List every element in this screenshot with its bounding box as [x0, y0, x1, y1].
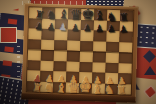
- piece-black-rook[interactable]: ♜: [118, 11, 129, 23]
- square-a8[interactable]: ♜: [29, 7, 42, 18]
- square-g3[interactable]: [105, 62, 118, 73]
- rug-red-motif-left: [0, 27, 17, 43]
- square-c5[interactable]: [54, 40, 67, 51]
- piece-white-queen[interactable]: ♛: [66, 80, 79, 95]
- square-b5[interactable]: [41, 39, 54, 50]
- square-d4[interactable]: [67, 51, 80, 62]
- piece-black-queen[interactable]: ♛: [69, 7, 82, 22]
- square-h4[interactable]: [119, 52, 132, 63]
- board-squares: ♜♞♝♛♚♝♞♜♟♟♟♟♟♟♟♟♟♟♟♟♟♟♟♟♜♞♝♛♚♝♞♜: [27, 7, 134, 94]
- piece-white-knight[interactable]: ♞: [103, 84, 114, 97]
- square-a3[interactable]: [27, 60, 40, 71]
- square-d1[interactable]: ♛: [66, 82, 79, 93]
- piece-black-pawn[interactable]: ♟: [70, 22, 79, 32]
- square-d3[interactable]: [66, 61, 79, 72]
- rug-navy-triangle-right: [144, 66, 156, 75]
- piece-black-knight[interactable]: ♞: [45, 8, 57, 21]
- square-c4[interactable]: [54, 50, 67, 61]
- piece-white-rook[interactable]: ♜: [116, 85, 127, 97]
- piece-white-knight[interactable]: ♞: [43, 81, 55, 94]
- rug-red-diamond-bottom-right: [143, 85, 156, 99]
- chess-board: ♜♞♝♛♚♝♞♜♟♟♟♟♟♟♟♟♟♟♟♟♟♟♟♟♜♞♝♛♚♝♞♜: [22, 3, 139, 103]
- square-h1[interactable]: ♜: [118, 84, 131, 95]
- square-e4[interactable]: [80, 51, 93, 62]
- piece-black-pawn[interactable]: ♟: [58, 22, 67, 32]
- piece-white-bishop[interactable]: ♝: [55, 81, 67, 94]
- square-g5[interactable]: [106, 41, 119, 52]
- square-e8[interactable]: ♚: [81, 9, 94, 20]
- square-f5[interactable]: [93, 41, 106, 52]
- square-d8[interactable]: ♛: [68, 9, 81, 20]
- square-e5[interactable]: [80, 41, 93, 52]
- piece-black-pawn[interactable]: ♟: [95, 23, 104, 33]
- piece-black-pawn[interactable]: ♟: [46, 21, 56, 31]
- square-f3[interactable]: [92, 62, 105, 73]
- square-c3[interactable]: [53, 61, 66, 72]
- square-h3[interactable]: [118, 63, 131, 74]
- square-h5[interactable]: [119, 42, 132, 53]
- piece-white-king[interactable]: ♚: [78, 80, 92, 95]
- square-h2[interactable]: ♟: [118, 73, 131, 84]
- rug-navy-diamond-right: [143, 50, 156, 63]
- piece-black-pawn[interactable]: ♟: [118, 24, 127, 34]
- piece-black-knight[interactable]: ♞: [106, 10, 117, 23]
- square-b3[interactable]: [40, 60, 53, 71]
- photo-scene: ♜♞♝♛♚♝♞♜♟♟♟♟♟♟♟♟♟♟♟♟♟♟♟♟♜♞♝♛♚♝♞♜: [0, 0, 156, 104]
- square-a2[interactable]: ♟: [27, 70, 40, 81]
- square-h8[interactable]: ♜: [120, 10, 133, 21]
- square-a4[interactable]: [28, 49, 41, 60]
- square-e3[interactable]: [79, 61, 92, 72]
- piece-black-pawn[interactable]: ♟: [83, 23, 92, 33]
- rug-dotted-line-left: [17, 46, 20, 80]
- piece-black-king[interactable]: ♚: [80, 7, 94, 22]
- square-e1[interactable]: ♚: [79, 82, 92, 93]
- square-a5[interactable]: [28, 39, 41, 50]
- piece-black-bishop[interactable]: ♝: [57, 8, 69, 21]
- square-d5[interactable]: [67, 40, 80, 51]
- piece-black-pawn[interactable]: ♟: [106, 23, 115, 33]
- square-f4[interactable]: [93, 51, 106, 62]
- piece-black-bishop[interactable]: ♝: [93, 9, 104, 22]
- square-g4[interactable]: [106, 52, 119, 63]
- piece-white-rook[interactable]: ♜: [31, 82, 42, 94]
- square-a1[interactable]: ♜: [27, 81, 40, 92]
- square-b4[interactable]: [41, 50, 54, 61]
- piece-white-bishop[interactable]: ♝: [91, 83, 102, 96]
- piece-black-pawn[interactable]: ♟: [34, 21, 44, 32]
